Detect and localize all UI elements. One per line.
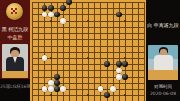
white-stone [60,86,66,92]
result-text: 中盘胜 [0,34,30,40]
game-date: 2020-06-08 [146,91,180,96]
black-stone [104,61,110,67]
black-stone [54,12,60,18]
star-point [50,20,52,22]
star-point [87,57,89,59]
white-player-name: 申真谞九段 [154,22,179,28]
white-stone [48,80,54,86]
black-stone [54,74,60,80]
white-player-panel: 白 申真谞九段 对局时间 2020-06-08 [146,0,180,101]
white-stone [48,86,54,92]
white-player-line: 白 申真谞九段 [146,22,180,28]
black-stone [122,74,128,80]
gold-seal-logo [6,3,23,20]
black-stone [54,86,60,92]
white-stone [48,12,54,18]
black-stone [48,5,54,11]
black-player-panel: 黑 柯洁九段 中盘胜 25届LG杯16强赛 [0,0,30,101]
white-stone [60,18,66,24]
star-point [87,20,89,22]
black-player-name: 柯洁九段 [8,26,28,32]
black-player-photo [2,44,28,78]
go-board [30,0,146,101]
go-game-thumbnail: 黑 柯洁九段 中盘胜 25届LG杯16强赛 白 申真谞九段 对局 [0,0,180,101]
white-stone [42,55,48,61]
shirt-shape [154,55,173,70]
black-color-label: 黑 [2,26,7,32]
white-player-photo [148,45,178,80]
event-name: 25届LG杯16强赛 [0,84,30,89]
white-color-label: 白 [147,22,152,28]
game-time-label: 对局时间 [146,84,180,89]
black-stone [54,80,60,86]
seal-characters [11,8,13,10]
star-point [50,57,52,59]
goban-strip [2,71,28,78]
black-player-line: 黑 柯洁九段 [0,26,30,32]
white-stone [110,86,116,92]
goban-strip [148,70,178,80]
white-stone [116,74,122,80]
board-cell [138,95,144,101]
black-stone [104,92,110,98]
